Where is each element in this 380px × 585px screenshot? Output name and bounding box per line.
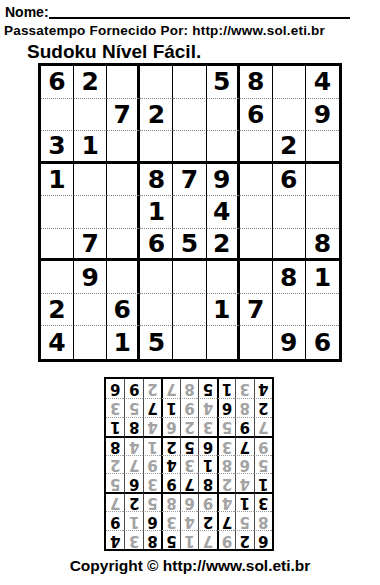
- solution-cell-r4c4: 8: [198, 473, 216, 492]
- solution-cell-r4c8: 6: [124, 473, 142, 492]
- puzzle-cell-r3c9[interactable]: [306, 131, 339, 164]
- solution-cell-r7c6: 6: [161, 417, 179, 436]
- puzzle-cell-r1c1: 6: [41, 66, 74, 99]
- puzzle-cell-r7c4[interactable]: [140, 261, 173, 294]
- solution-cell-r7c3: 5: [217, 417, 235, 436]
- puzzle-cell-r1c5[interactable]: [173, 66, 206, 99]
- solution-cell-r2c4: 2: [198, 511, 216, 530]
- puzzle-cell-r7c9: 1: [306, 261, 339, 294]
- puzzle-cell-r5c4: 1: [140, 196, 173, 229]
- solution-cell-r5c5: 3: [180, 455, 198, 474]
- solution-cell-r7c5: 2: [180, 417, 198, 436]
- solution-cell-r9c8: 9: [124, 379, 142, 398]
- puzzle-cell-r5c5[interactable]: [173, 196, 206, 229]
- solution-cell-r5c6: 4: [161, 455, 179, 474]
- puzzle-cell-r9c9: 6: [306, 326, 339, 359]
- puzzle-grid: 625847269312187961476528981261741596: [38, 63, 342, 362]
- solution-cell-r3c8: 2: [124, 492, 142, 511]
- puzzle-cell-r6c7[interactable]: [240, 229, 273, 262]
- name-blank-line: [49, 3, 350, 19]
- puzzle-cell-r6c4: 6: [140, 229, 173, 262]
- solution-cell-r2c2: 5: [235, 511, 253, 530]
- puzzle-cell-r9c5[interactable]: [173, 326, 206, 359]
- puzzle-cell-r1c8[interactable]: [273, 66, 306, 99]
- puzzle-cell-r4c6: 9: [207, 164, 240, 197]
- solution-cell-r8c8: 5: [124, 398, 142, 417]
- puzzle-cell-r3c1: 3: [41, 131, 74, 164]
- solution-cell-r5c3: 8: [217, 455, 235, 474]
- solution-cell-r9c2: 3: [235, 379, 253, 398]
- puzzle-cell-r9c1: 4: [41, 326, 74, 359]
- solution-cell-r4c1: 1: [254, 473, 272, 492]
- puzzle-cell-r6c3[interactable]: [107, 229, 140, 262]
- puzzle-cell-r8c1: 2: [41, 294, 74, 327]
- solution-cell-r8c7: 7: [143, 398, 161, 417]
- puzzle-cell-r3c7[interactable]: [240, 131, 273, 164]
- solution-cell-r2c7: 6: [143, 511, 161, 530]
- puzzle-cell-r5c9[interactable]: [306, 196, 339, 229]
- solution-cell-r2c6: 3: [161, 511, 179, 530]
- puzzle-cell-r8c7: 7: [240, 294, 273, 327]
- solution-cell-r4c9: 5: [106, 473, 124, 492]
- solution-cell-r6c7: 1: [143, 436, 161, 455]
- puzzle-cell-r9c7[interactable]: [240, 326, 273, 359]
- puzzle-cell-r8c5[interactable]: [173, 294, 206, 327]
- solution-cell-r7c2: 9: [235, 417, 253, 436]
- solution-cell-r5c7: 9: [143, 455, 161, 474]
- puzzle-cell-r8c9[interactable]: [306, 294, 339, 327]
- puzzle-cell-r2c1[interactable]: [41, 99, 74, 132]
- puzzle-cell-r5c7[interactable]: [240, 196, 273, 229]
- solution-cell-r4c5: 7: [180, 473, 198, 492]
- puzzle-cell-r6c5: 5: [173, 229, 206, 262]
- solution-grid: 6297158348572436193149685271428793655681…: [104, 377, 274, 551]
- solution-cell-r3c4: 9: [198, 492, 216, 511]
- puzzle-cell-r1c2: 2: [74, 66, 107, 99]
- solution-cell-r1c2: 2: [235, 530, 253, 549]
- puzzle-cell-r4c7[interactable]: [240, 164, 273, 197]
- puzzle-cell-r8c8[interactable]: [273, 294, 306, 327]
- puzzle-cell-r4c3[interactable]: [107, 164, 140, 197]
- solution-cell-r2c8: 1: [124, 511, 142, 530]
- solution-cell-r2c1: 8: [254, 511, 272, 530]
- solution-cell-r4c3: 2: [217, 473, 235, 492]
- puzzle-cell-r3c4[interactable]: [140, 131, 173, 164]
- puzzle-cell-r4c5: 7: [173, 164, 206, 197]
- puzzle-cell-r5c8[interactable]: [273, 196, 306, 229]
- solution-cell-r5c9: 2: [106, 455, 124, 474]
- puzzle-cell-r5c1[interactable]: [41, 196, 74, 229]
- puzzle-cell-r2c6[interactable]: [207, 99, 240, 132]
- solution-cell-r2c3: 7: [217, 511, 235, 530]
- solution-cell-r6c1: 9: [254, 436, 272, 455]
- solution-cell-r8c9: 3: [106, 398, 124, 417]
- solution-cell-r8c1: 2: [254, 398, 272, 417]
- solution-cell-r6c5: 5: [180, 436, 198, 455]
- solution-cell-r4c7: 3: [143, 473, 161, 492]
- solution-cell-r6c8: 4: [124, 436, 142, 455]
- puzzle-cell-r5c2[interactable]: [74, 196, 107, 229]
- puzzle-cell-r7c3[interactable]: [107, 261, 140, 294]
- solution-cell-r6c3: 3: [217, 436, 235, 455]
- solution-cell-r1c1: 6: [254, 530, 272, 549]
- puzzle-cell-r6c9: 8: [306, 229, 339, 262]
- puzzle-cell-r2c2[interactable]: [74, 99, 107, 132]
- puzzle-cell-r6c2: 7: [74, 229, 107, 262]
- name-row: Nome:: [5, 3, 350, 20]
- solution-cell-r4c2: 4: [235, 473, 253, 492]
- solution-cell-r7c7: 4: [143, 417, 161, 436]
- solution-cell-r9c4: 5: [198, 379, 216, 398]
- solution-cell-r1c9: 4: [106, 530, 124, 549]
- puzzle-cell-r3c5[interactable]: [173, 131, 206, 164]
- solution-cell-r1c6: 5: [161, 530, 179, 549]
- puzzle-cell-r9c8: 9: [273, 326, 306, 359]
- solution-cell-r9c5: 8: [180, 379, 198, 398]
- solution-cell-r5c8: 7: [124, 455, 142, 474]
- puzzle-cell-r1c6: 5: [207, 66, 240, 99]
- puzzle-cell-r4c9[interactable]: [306, 164, 339, 197]
- puzzle-cell-r8c6: 1: [207, 294, 240, 327]
- puzzle-cell-r1c3[interactable]: [107, 66, 140, 99]
- solution-cell-r1c3: 9: [217, 530, 235, 549]
- worksheet-page: Nome: Passatempo Fornecido Por: http://w…: [0, 0, 380, 585]
- puzzle-cell-r1c4[interactable]: [140, 66, 173, 99]
- solution-cell-r1c4: 7: [198, 530, 216, 549]
- puzzle-cell-r8c3: 6: [107, 294, 140, 327]
- puzzle-cell-r2c4: 2: [140, 99, 173, 132]
- puzzle-cell-r2c3: 7: [107, 99, 140, 132]
- solution-cell-r3c5: 6: [180, 492, 198, 511]
- puzzle-cell-r9c6[interactable]: [207, 326, 240, 359]
- puzzle-cell-r2c9: 9: [306, 99, 339, 132]
- puzzle-cell-r3c3[interactable]: [107, 131, 140, 164]
- solution-cell-r7c1: 7: [254, 417, 272, 436]
- puzzle-cell-r8c2[interactable]: [74, 294, 107, 327]
- puzzle-cell-r9c3: 1: [107, 326, 140, 359]
- provided-by-text: Passatempo Fornecido Por: http://www.sol…: [4, 23, 376, 38]
- puzzle-cell-r6c1[interactable]: [41, 229, 74, 262]
- solution-cell-r6c6: 2: [161, 436, 179, 455]
- solution-cell-r2c9: 9: [106, 511, 124, 530]
- solution-cell-r6c2: 7: [235, 436, 253, 455]
- puzzle-cell-r4c4: 8: [140, 164, 173, 197]
- solution-cell-r5c4: 1: [198, 455, 216, 474]
- solution-cell-r5c2: 6: [235, 455, 253, 474]
- puzzle-cell-r9c4: 5: [140, 326, 173, 359]
- solution-cell-r3c3: 4: [217, 492, 235, 511]
- puzzle-cell-r2c7: 6: [240, 99, 273, 132]
- solution-cell-r9c3: 1: [217, 379, 235, 398]
- solution-cell-r1c8: 3: [124, 530, 142, 549]
- solution-cell-r8c6: 1: [161, 398, 179, 417]
- solution-cell-r5c1: 5: [254, 455, 272, 474]
- puzzle-cell-r8c4[interactable]: [140, 294, 173, 327]
- puzzle-cell-r4c2[interactable]: [74, 164, 107, 197]
- solution-cell-r8c2: 8: [235, 398, 253, 417]
- puzzle-cell-r7c5[interactable]: [173, 261, 206, 294]
- solution-cell-r1c7: 8: [143, 530, 161, 549]
- puzzle-cell-r6c6: 2: [207, 229, 240, 262]
- solution-cell-r3c1: 3: [254, 492, 272, 511]
- solution-cell-r8c5: 9: [180, 398, 198, 417]
- page-title: Sudoku Nível Fácil.: [27, 41, 201, 63]
- solution-cell-r8c4: 4: [198, 398, 216, 417]
- puzzle-cell-r1c9: 4: [306, 66, 339, 99]
- puzzle-cell-r7c6[interactable]: [207, 261, 240, 294]
- puzzle-cell-r1c7: 8: [240, 66, 273, 99]
- solution-cell-r7c9: 1: [106, 417, 124, 436]
- solution-cell-r3c7: 5: [143, 492, 161, 511]
- solution-cell-r4c6: 9: [161, 473, 179, 492]
- puzzle-cell-r7c2: 9: [74, 261, 107, 294]
- puzzle-cell-r5c3[interactable]: [107, 196, 140, 229]
- solution-cell-r9c1: 4: [254, 379, 272, 398]
- solution-cell-r2c5: 4: [180, 511, 198, 530]
- solution-cell-r3c9: 7: [106, 492, 124, 511]
- puzzle-cell-r3c2: 1: [74, 131, 107, 164]
- solution-cell-r6c9: 8: [106, 436, 124, 455]
- solution-cell-r3c6: 8: [161, 492, 179, 511]
- solution-cell-r9c7: 2: [143, 379, 161, 398]
- puzzle-cell-r3c8: 2: [273, 131, 306, 164]
- solution-cell-r9c6: 7: [161, 379, 179, 398]
- solution-cell-r3c2: 1: [235, 492, 253, 511]
- puzzle-cell-r4c1: 1: [41, 164, 74, 197]
- puzzle-cell-r6c8[interactable]: [273, 229, 306, 262]
- copyright-text: Copyright © http://www.sol.eti.br: [0, 557, 380, 575]
- solution-cell-r1c5: 1: [180, 530, 198, 549]
- name-label: Nome:: [5, 4, 49, 20]
- puzzle-cell-r4c8: 6: [273, 164, 306, 197]
- solution-cell-r7c8: 8: [124, 417, 142, 436]
- solution-cell-r6c4: 6: [198, 436, 216, 455]
- solution-cell-r7c4: 3: [198, 417, 216, 436]
- puzzle-cell-r2c8[interactable]: [273, 99, 306, 132]
- solution-cell-r8c3: 6: [217, 398, 235, 417]
- puzzle-cell-r7c8: 8: [273, 261, 306, 294]
- solution-cell-r9c9: 6: [106, 379, 124, 398]
- puzzle-cell-r7c1[interactable]: [41, 261, 74, 294]
- puzzle-cell-r3c6[interactable]: [207, 131, 240, 164]
- puzzle-cell-r5c6: 4: [207, 196, 240, 229]
- puzzle-cell-r2c5[interactable]: [173, 99, 206, 132]
- puzzle-cell-r7c7[interactable]: [240, 261, 273, 294]
- puzzle-cell-r9c2[interactable]: [74, 326, 107, 359]
